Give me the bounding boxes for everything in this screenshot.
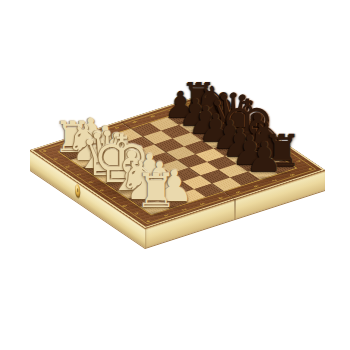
piece-black-pawn-h7: ♟ — [246, 137, 283, 178]
pieces-layer: ♜♞♝♛♚♝♞♜♟♟♟♟♟♟♟♟♟♟♟♟♟♟♟♟♜♞♝♛♚♝♞♜ — [0, 0, 350, 350]
piece-white-rook-h1: ♜ — [135, 167, 177, 214]
rook-glyph: ♜ — [135, 167, 177, 214]
chess-set-product-photo: aabbccddeeffgghh1122334455667788 ♜♞♝♛♚♝♞… — [0, 0, 350, 350]
pawn-glyph: ♟ — [246, 137, 283, 178]
